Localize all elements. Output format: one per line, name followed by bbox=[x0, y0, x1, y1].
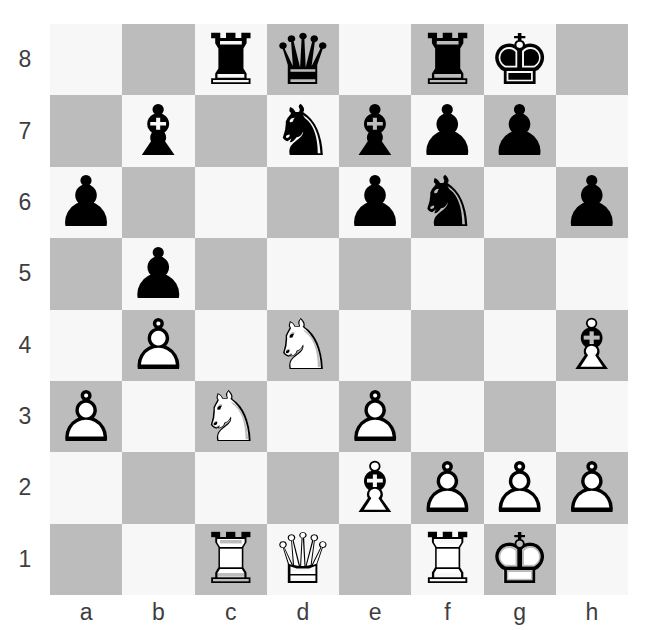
piece-glyph: ♟ bbox=[416, 96, 479, 166]
square-a3[interactable]: ♟♙ bbox=[50, 381, 122, 452]
file-label-b: b bbox=[122, 595, 194, 630]
piece-black-queen[interactable]: ♛ bbox=[271, 25, 334, 95]
square-g2[interactable]: ♟♙ bbox=[484, 452, 556, 523]
piece-white-rook[interactable]: ♜♖ bbox=[199, 524, 262, 594]
piece-glyph: ♞ bbox=[271, 96, 334, 166]
rank-label-3: 3 bbox=[0, 381, 50, 452]
piece-glyph: ♟ bbox=[488, 96, 551, 166]
piece-glyph: ♜ bbox=[416, 25, 479, 95]
piece-white-bishop[interactable]: ♝♗ bbox=[560, 310, 623, 380]
square-h1[interactable] bbox=[556, 524, 628, 595]
piece-glyph: ♟ bbox=[127, 239, 190, 309]
piece-white-knight[interactable]: ♞♘ bbox=[271, 310, 334, 380]
piece-white-king[interactable]: ♚♔ bbox=[488, 524, 551, 594]
square-a6[interactable]: ♟ bbox=[50, 167, 122, 238]
piece-glyph: ♚ bbox=[488, 25, 551, 95]
square-e5[interactable] bbox=[339, 238, 411, 309]
file-label-a: a bbox=[50, 595, 122, 630]
piece-outline-layer: ♖ bbox=[199, 524, 262, 594]
piece-outline-layer: ♖ bbox=[416, 524, 479, 594]
piece-white-pawn[interactable]: ♟♙ bbox=[560, 453, 623, 523]
square-e7[interactable]: ♝ bbox=[339, 95, 411, 166]
square-g5[interactable] bbox=[484, 238, 556, 309]
piece-black-pawn[interactable]: ♟ bbox=[127, 239, 190, 309]
piece-white-rook[interactable]: ♜♖ bbox=[416, 524, 479, 594]
file-label-h: h bbox=[556, 595, 628, 630]
piece-outline-layer: ♕ bbox=[271, 524, 334, 594]
square-h4[interactable]: ♝♗ bbox=[556, 310, 628, 381]
file-labels: abcdefgh bbox=[50, 595, 628, 630]
square-c4[interactable] bbox=[195, 310, 267, 381]
piece-white-pawn[interactable]: ♟♙ bbox=[127, 310, 190, 380]
square-e2[interactable]: ♝♗ bbox=[339, 452, 411, 523]
square-a8[interactable] bbox=[50, 24, 122, 95]
piece-black-bishop[interactable]: ♝ bbox=[127, 96, 190, 166]
piece-outline-layer: ♙ bbox=[488, 453, 551, 523]
square-e3[interactable]: ♟♙ bbox=[339, 381, 411, 452]
file-label-f: f bbox=[411, 595, 483, 630]
file-label-c: c bbox=[195, 595, 267, 630]
piece-outline-layer: ♘ bbox=[271, 310, 334, 380]
file-label-e: e bbox=[339, 595, 411, 630]
square-a4[interactable] bbox=[50, 310, 122, 381]
piece-glyph: ♜ bbox=[199, 25, 262, 95]
piece-outline-layer: ♘ bbox=[199, 382, 262, 452]
piece-white-queen[interactable]: ♛♕ bbox=[271, 524, 334, 594]
piece-black-pawn[interactable]: ♟ bbox=[560, 167, 623, 237]
square-e4[interactable] bbox=[339, 310, 411, 381]
square-g3[interactable] bbox=[484, 381, 556, 452]
square-b1[interactable] bbox=[122, 524, 194, 595]
square-f4[interactable] bbox=[411, 310, 483, 381]
square-b2[interactable] bbox=[122, 452, 194, 523]
square-f2[interactable]: ♟♙ bbox=[411, 452, 483, 523]
square-b8[interactable] bbox=[122, 24, 194, 95]
rank-label-5: 5 bbox=[0, 238, 50, 309]
square-a2[interactable] bbox=[50, 452, 122, 523]
square-g4[interactable] bbox=[484, 310, 556, 381]
piece-glyph: ♟ bbox=[344, 167, 407, 237]
square-d5[interactable] bbox=[267, 238, 339, 309]
square-c2[interactable] bbox=[195, 452, 267, 523]
piece-black-rook[interactable]: ♜ bbox=[199, 25, 262, 95]
square-f7[interactable]: ♟ bbox=[411, 95, 483, 166]
piece-black-bishop[interactable]: ♝ bbox=[344, 96, 407, 166]
chess-board-page: 87654321 ♜♛♜♚♝♞♝♟♟♟♟♞♟♟♟♙♞♘♝♗♟♙♞♘♟♙♝♗♟♙♟… bbox=[0, 0, 651, 630]
piece-glyph: ♞ bbox=[416, 167, 479, 237]
piece-glyph: ♟ bbox=[560, 167, 623, 237]
square-h2[interactable]: ♟♙ bbox=[556, 452, 628, 523]
piece-outline-layer: ♙ bbox=[560, 453, 623, 523]
square-d4[interactable]: ♞♘ bbox=[267, 310, 339, 381]
square-b4[interactable]: ♟♙ bbox=[122, 310, 194, 381]
square-h7[interactable] bbox=[556, 95, 628, 166]
square-g6[interactable] bbox=[484, 167, 556, 238]
piece-black-pawn[interactable]: ♟ bbox=[344, 167, 407, 237]
square-b5[interactable]: ♟ bbox=[122, 238, 194, 309]
square-f8[interactable]: ♜ bbox=[411, 24, 483, 95]
square-c7[interactable] bbox=[195, 95, 267, 166]
square-h3[interactable] bbox=[556, 381, 628, 452]
chess-board: ♜♛♜♚♝♞♝♟♟♟♟♞♟♟♟♙♞♘♝♗♟♙♞♘♟♙♝♗♟♙♟♙♟♙♜♖♛♕♜♖… bbox=[50, 24, 628, 595]
piece-outline-layer: ♙ bbox=[127, 310, 190, 380]
piece-outline-layer: ♙ bbox=[55, 382, 118, 452]
piece-glyph: ♝ bbox=[344, 96, 407, 166]
square-d2[interactable] bbox=[267, 452, 339, 523]
rank-label-1: 1 bbox=[0, 524, 50, 595]
piece-black-knight[interactable]: ♞ bbox=[416, 167, 479, 237]
square-c5[interactable] bbox=[195, 238, 267, 309]
piece-outline-layer: ♙ bbox=[416, 453, 479, 523]
square-d8[interactable]: ♛ bbox=[267, 24, 339, 95]
square-h5[interactable] bbox=[556, 238, 628, 309]
piece-white-pawn[interactable]: ♟♙ bbox=[488, 453, 551, 523]
square-a7[interactable] bbox=[50, 95, 122, 166]
piece-outline-layer: ♗ bbox=[560, 310, 623, 380]
rank-label-4: 4 bbox=[0, 310, 50, 381]
square-f1[interactable]: ♜♖ bbox=[411, 524, 483, 595]
piece-white-pawn[interactable]: ♟♙ bbox=[344, 382, 407, 452]
square-g7[interactable]: ♟ bbox=[484, 95, 556, 166]
square-e1[interactable] bbox=[339, 524, 411, 595]
square-g8[interactable]: ♚ bbox=[484, 24, 556, 95]
square-d1[interactable]: ♛♕ bbox=[267, 524, 339, 595]
piece-black-knight[interactable]: ♞ bbox=[271, 96, 334, 166]
piece-white-pawn[interactable]: ♟♙ bbox=[416, 453, 479, 523]
square-b3[interactable] bbox=[122, 381, 194, 452]
piece-black-pawn[interactable]: ♟ bbox=[416, 96, 479, 166]
file-label-g: g bbox=[484, 595, 556, 630]
square-d6[interactable] bbox=[267, 167, 339, 238]
square-e6[interactable]: ♟ bbox=[339, 167, 411, 238]
piece-black-pawn[interactable]: ♟ bbox=[55, 167, 118, 237]
piece-outline-layer: ♗ bbox=[344, 453, 407, 523]
square-g1[interactable]: ♚♔ bbox=[484, 524, 556, 595]
rank-label-6: 6 bbox=[0, 167, 50, 238]
square-f5[interactable] bbox=[411, 238, 483, 309]
square-d7[interactable]: ♞ bbox=[267, 95, 339, 166]
piece-glyph: ♛ bbox=[271, 25, 334, 95]
piece-white-knight[interactable]: ♞♘ bbox=[199, 382, 262, 452]
square-c6[interactable] bbox=[195, 167, 267, 238]
file-label-d: d bbox=[267, 595, 339, 630]
rank-labels: 87654321 bbox=[0, 24, 50, 595]
piece-outline-layer: ♔ bbox=[488, 524, 551, 594]
piece-outline-layer: ♙ bbox=[344, 382, 407, 452]
piece-black-pawn[interactable]: ♟ bbox=[488, 96, 551, 166]
piece-black-king[interactable]: ♚ bbox=[488, 25, 551, 95]
square-a5[interactable] bbox=[50, 238, 122, 309]
square-e8[interactable] bbox=[339, 24, 411, 95]
piece-glyph: ♟ bbox=[55, 167, 118, 237]
piece-black-rook[interactable]: ♜ bbox=[416, 25, 479, 95]
rank-label-2: 2 bbox=[0, 452, 50, 523]
rank-label-8: 8 bbox=[0, 24, 50, 95]
square-h8[interactable] bbox=[556, 24, 628, 95]
square-f3[interactable] bbox=[411, 381, 483, 452]
square-c8[interactable]: ♜ bbox=[195, 24, 267, 95]
piece-white-pawn[interactable]: ♟♙ bbox=[55, 382, 118, 452]
square-a1[interactable] bbox=[50, 524, 122, 595]
square-h6[interactable]: ♟ bbox=[556, 167, 628, 238]
rank-label-7: 7 bbox=[0, 95, 50, 166]
square-c1[interactable]: ♜♖ bbox=[195, 524, 267, 595]
square-b7[interactable]: ♝ bbox=[122, 95, 194, 166]
square-d3[interactable] bbox=[267, 381, 339, 452]
square-f6[interactable]: ♞ bbox=[411, 167, 483, 238]
piece-white-bishop[interactable]: ♝♗ bbox=[344, 453, 407, 523]
piece-glyph: ♝ bbox=[127, 96, 190, 166]
square-b6[interactable] bbox=[122, 167, 194, 238]
square-c3[interactable]: ♞♘ bbox=[195, 381, 267, 452]
